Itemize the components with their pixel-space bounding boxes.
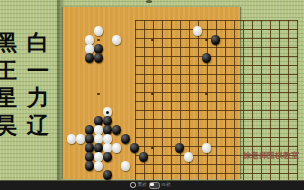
- black-stone[interactable]: [94, 44, 103, 53]
- black-player-name: 黑王星昊: [0, 29, 19, 139]
- white-stone[interactable]: [85, 44, 94, 53]
- black-stone[interactable]: [112, 125, 121, 134]
- broadcast-frame: 黑王星昊 白一力辽 徐老师围棋教室 黑棋 白棋: [0, 0, 304, 190]
- star-point: [205, 93, 208, 96]
- white-stone[interactable]: [94, 26, 103, 35]
- black-stone[interactable]: [85, 161, 94, 170]
- stone-color-toggle[interactable]: [149, 182, 160, 189]
- white-stone[interactable]: [103, 134, 112, 143]
- white-stone[interactable]: [193, 26, 202, 35]
- bar-controls[interactable]: 黑棋 白棋: [130, 182, 171, 188]
- star-point: [151, 93, 154, 96]
- player-name-char: 辽: [25, 112, 51, 140]
- black-stone[interactable]: [202, 53, 211, 62]
- black-stone[interactable]: [139, 152, 148, 161]
- black-stone[interactable]: [211, 35, 220, 44]
- black-stone[interactable]: [85, 125, 94, 134]
- star-point: [151, 147, 154, 150]
- player-name-char: 昊: [0, 112, 19, 140]
- white-stone[interactable]: [112, 143, 121, 152]
- black-stone[interactable]: [85, 152, 94, 161]
- star-point: [97, 39, 100, 42]
- star-point: [97, 93, 100, 96]
- player-name-char: 黑: [0, 29, 19, 57]
- white-stone[interactable]: [94, 161, 103, 170]
- white-stone[interactable]: [112, 35, 121, 44]
- star-point: [205, 39, 208, 42]
- black-stone-icon: [130, 182, 136, 188]
- black-stone[interactable]: [94, 116, 103, 125]
- white-stone-last-move[interactable]: [103, 107, 112, 116]
- white-player-name: 白一力辽: [25, 29, 51, 139]
- player-name-char: 星: [0, 84, 19, 112]
- white-toggle-label: 白棋: [162, 182, 171, 188]
- white-stone[interactable]: [67, 134, 76, 143]
- black-stone[interactable]: [94, 53, 103, 62]
- black-stone[interactable]: [85, 53, 94, 62]
- black-stone[interactable]: [121, 134, 130, 143]
- player-name-char: 白: [25, 29, 51, 57]
- last-move-marker: [106, 111, 109, 114]
- white-stone[interactable]: [94, 152, 103, 161]
- black-stone[interactable]: [94, 143, 103, 152]
- star-point: [151, 39, 154, 42]
- white-stone[interactable]: [121, 161, 130, 170]
- toggle-knob: [150, 183, 154, 187]
- white-stone[interactable]: [94, 125, 103, 134]
- black-stone[interactable]: [103, 116, 112, 125]
- black-stone[interactable]: [85, 143, 94, 152]
- white-stone[interactable]: [85, 35, 94, 44]
- black-stone[interactable]: [130, 143, 139, 152]
- watermark-text: 徐老师围棋教室: [243, 150, 303, 161]
- black-stone[interactable]: [85, 134, 94, 143]
- black-stone[interactable]: [103, 125, 112, 134]
- white-stone[interactable]: [94, 134, 103, 143]
- player-name-char: 力: [25, 84, 51, 112]
- goban-grid[interactable]: [67, 9, 238, 180]
- player-name-char: 一: [25, 57, 51, 85]
- white-stone[interactable]: [76, 134, 85, 143]
- black-stone[interactable]: [103, 170, 112, 179]
- player-name-char: 王: [0, 57, 19, 85]
- black-stone[interactable]: [175, 143, 184, 152]
- black-stone[interactable]: [103, 152, 112, 161]
- white-stone[interactable]: [202, 143, 211, 152]
- white-stone[interactable]: [184, 152, 193, 161]
- camera-smudge: [146, 0, 152, 3]
- white-stone[interactable]: [103, 143, 112, 152]
- black-toggle-label: 黑棋: [138, 182, 147, 188]
